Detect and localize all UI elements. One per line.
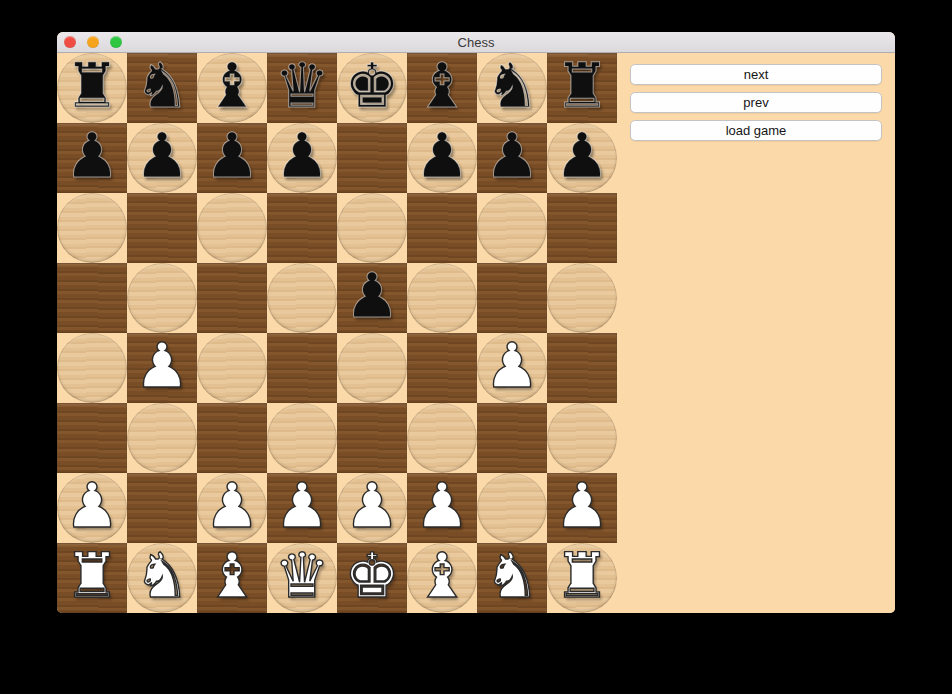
square-b4[interactable]: ♟	[127, 333, 197, 403]
black-pawn[interactable]: ♟	[414, 125, 470, 187]
square-g8[interactable]: ♞	[477, 53, 547, 123]
square-c4[interactable]	[197, 333, 267, 403]
traffic-lights	[64, 36, 122, 48]
zoom-button[interactable]	[110, 36, 122, 48]
square-d4[interactable]	[267, 333, 337, 403]
black-pawn[interactable]: ♟	[344, 265, 400, 327]
black-pawn[interactable]: ♟	[274, 125, 330, 187]
square-d6[interactable]	[267, 193, 337, 263]
square-f3[interactable]	[407, 403, 477, 473]
square-c3[interactable]	[197, 403, 267, 473]
square-d7[interactable]: ♟	[267, 123, 337, 193]
black-pawn[interactable]: ♟	[204, 125, 260, 187]
black-pawn[interactable]: ♟	[134, 125, 190, 187]
square-a2[interactable]: ♟	[57, 473, 127, 543]
square-h8[interactable]: ♜	[547, 53, 617, 123]
black-bishop[interactable]: ♝	[204, 55, 260, 117]
black-queen[interactable]: ♛	[274, 55, 330, 117]
white-pawn[interactable]: ♟	[484, 335, 540, 397]
black-rook[interactable]: ♜	[64, 55, 120, 117]
square-g3[interactable]	[477, 403, 547, 473]
square-g1[interactable]: ♞	[477, 543, 547, 613]
white-pawn[interactable]: ♟	[134, 335, 190, 397]
square-c7[interactable]: ♟	[197, 123, 267, 193]
square-f4[interactable]	[407, 333, 477, 403]
load-game-button[interactable]: load game	[630, 120, 882, 141]
square-h2[interactable]: ♟	[547, 473, 617, 543]
white-rook[interactable]: ♜	[64, 545, 120, 607]
square-e1[interactable]: ♚	[337, 543, 407, 613]
square-e5[interactable]: ♟	[337, 263, 407, 333]
square-h1[interactable]: ♜	[547, 543, 617, 613]
square-b2[interactable]	[127, 473, 197, 543]
white-pawn[interactable]: ♟	[344, 475, 400, 537]
square-b5[interactable]	[127, 263, 197, 333]
sidebar: next prev load game	[617, 53, 895, 613]
square-e3[interactable]	[337, 403, 407, 473]
white-pawn[interactable]: ♟	[414, 475, 470, 537]
white-rook[interactable]: ♜	[554, 545, 610, 607]
square-g6[interactable]	[477, 193, 547, 263]
square-c5[interactable]	[197, 263, 267, 333]
black-pawn[interactable]: ♟	[484, 125, 540, 187]
square-e2[interactable]: ♟	[337, 473, 407, 543]
black-knight[interactable]: ♞	[484, 55, 540, 117]
square-b3[interactable]	[127, 403, 197, 473]
white-bishop[interactable]: ♝	[414, 545, 470, 607]
square-b8[interactable]: ♞	[127, 53, 197, 123]
square-h6[interactable]	[547, 193, 617, 263]
chess-window: Chess ♜♞♝♛♚♝♞♜♟♟♟♟♟♟♟♟♟♟♟♟♟♟♟♟♜♞♝♛♚♝♞♜ n…	[57, 32, 895, 613]
square-h5[interactable]	[547, 263, 617, 333]
black-pawn[interactable]: ♟	[554, 125, 610, 187]
square-c6[interactable]	[197, 193, 267, 263]
square-a3[interactable]	[57, 403, 127, 473]
square-a1[interactable]: ♜	[57, 543, 127, 613]
square-b1[interactable]: ♞	[127, 543, 197, 613]
next-button[interactable]: next	[630, 64, 882, 85]
square-c1[interactable]: ♝	[197, 543, 267, 613]
white-bishop[interactable]: ♝	[204, 545, 260, 607]
white-pawn[interactable]: ♟	[64, 475, 120, 537]
square-f7[interactable]: ♟	[407, 123, 477, 193]
square-g5[interactable]	[477, 263, 547, 333]
square-f6[interactable]	[407, 193, 477, 263]
square-f1[interactable]: ♝	[407, 543, 477, 613]
square-d1[interactable]: ♛	[267, 543, 337, 613]
square-g7[interactable]: ♟	[477, 123, 547, 193]
window-title: Chess	[458, 35, 495, 50]
square-h3[interactable]	[547, 403, 617, 473]
square-a4[interactable]	[57, 333, 127, 403]
chess-board: ♜♞♝♛♚♝♞♜♟♟♟♟♟♟♟♟♟♟♟♟♟♟♟♟♜♞♝♛♚♝♞♜	[57, 53, 617, 613]
square-d2[interactable]: ♟	[267, 473, 337, 543]
square-h7[interactable]: ♟	[547, 123, 617, 193]
square-d5[interactable]	[267, 263, 337, 333]
close-button[interactable]	[64, 36, 76, 48]
square-e8[interactable]: ♚	[337, 53, 407, 123]
white-pawn[interactable]: ♟	[204, 475, 260, 537]
square-g2[interactable]	[477, 473, 547, 543]
black-king[interactable]: ♚	[344, 55, 400, 117]
white-pawn[interactable]: ♟	[554, 475, 610, 537]
square-a6[interactable]	[57, 193, 127, 263]
square-e7[interactable]	[337, 123, 407, 193]
square-h4[interactable]	[547, 333, 617, 403]
square-a5[interactable]	[57, 263, 127, 333]
square-f8[interactable]: ♝	[407, 53, 477, 123]
square-c2[interactable]: ♟	[197, 473, 267, 543]
minimize-button[interactable]	[87, 36, 99, 48]
square-c8[interactable]: ♝	[197, 53, 267, 123]
square-a8[interactable]: ♜	[57, 53, 127, 123]
square-d3[interactable]	[267, 403, 337, 473]
black-knight[interactable]: ♞	[134, 55, 190, 117]
square-e4[interactable]	[337, 333, 407, 403]
white-knight[interactable]: ♞	[484, 545, 540, 607]
black-bishop[interactable]: ♝	[414, 55, 470, 117]
square-d8[interactable]: ♛	[267, 53, 337, 123]
black-pawn[interactable]: ♟	[64, 125, 120, 187]
black-rook[interactable]: ♜	[554, 55, 610, 117]
window-content: ♜♞♝♛♚♝♞♜♟♟♟♟♟♟♟♟♟♟♟♟♟♟♟♟♜♞♝♛♚♝♞♜ next pr…	[57, 53, 895, 613]
square-b6[interactable]	[127, 193, 197, 263]
square-e6[interactable]	[337, 193, 407, 263]
square-a7[interactable]: ♟	[57, 123, 127, 193]
square-f5[interactable]	[407, 263, 477, 333]
white-queen[interactable]: ♛	[274, 545, 330, 607]
white-king[interactable]: ♚	[344, 545, 400, 607]
prev-button[interactable]: prev	[630, 92, 882, 113]
square-b7[interactable]: ♟	[127, 123, 197, 193]
white-knight[interactable]: ♞	[134, 545, 190, 607]
white-pawn[interactable]: ♟	[274, 475, 330, 537]
square-f2[interactable]: ♟	[407, 473, 477, 543]
square-g4[interactable]: ♟	[477, 333, 547, 403]
